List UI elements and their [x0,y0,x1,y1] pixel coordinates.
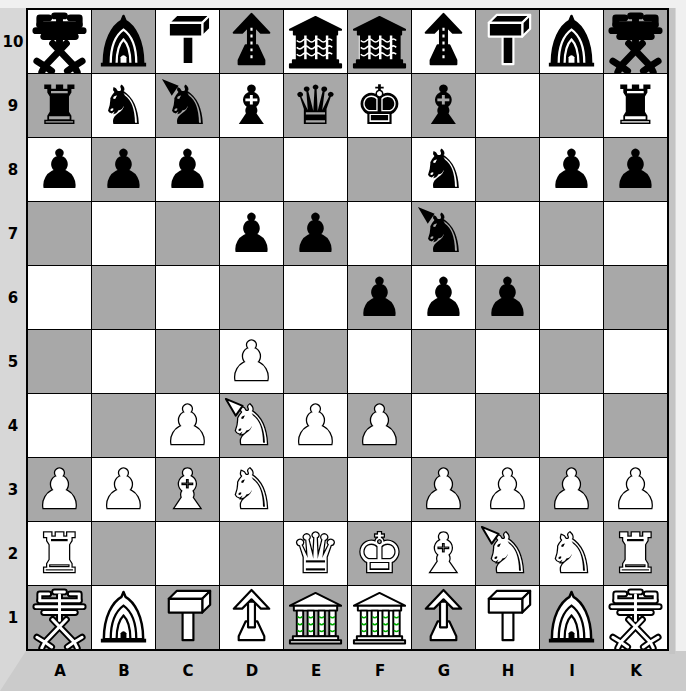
black-pawn[interactable]: ♟ [355,266,403,329]
black-dome[interactable] [540,10,603,73]
square-d2[interactable] [220,522,283,585]
square-b8[interactable]: ♟ [92,138,155,201]
file-label-h: H [476,655,540,687]
square-f6[interactable]: ♟ [348,266,411,329]
square-g5[interactable] [412,330,475,393]
unicorn-horn-icon [412,202,475,265]
square-d4[interactable]: ♞ [220,394,283,457]
frame-highlight-right [676,0,686,691]
square-e9[interactable]: ♛ [284,74,347,137]
white-pawn[interactable]: ♟ [483,458,531,521]
black-bishop[interactable]: ♝ [227,74,275,137]
square-c6[interactable] [156,266,219,329]
square-b9[interactable]: ♞ [92,74,155,137]
square-g7[interactable]: ♞ [412,202,475,265]
square-b3[interactable]: ♟ [92,458,155,521]
black-dome[interactable] [92,10,155,73]
square-g4[interactable] [412,394,475,457]
square-i6[interactable] [540,266,603,329]
black-hammer[interactable] [156,10,219,73]
white-pawn[interactable]: ♟ [227,330,275,393]
white-bishop[interactable]: ♝ [419,522,467,585]
unicorn-horn-icon [156,74,219,137]
file-labels: ABCDEFGHIK [28,655,668,687]
rank-label-9: 9 [0,74,26,138]
white-queen[interactable]: ♛ [291,522,339,585]
square-i8[interactable]: ♟ [540,138,603,201]
black-knight[interactable]: ♞ [99,74,147,137]
square-i1[interactable] [540,586,603,649]
square-e4[interactable]: ♟ [284,394,347,457]
square-d3[interactable]: ♞ [220,458,283,521]
white-pawn[interactable]: ♟ [99,458,147,521]
square-c3[interactable]: ♝ [156,458,219,521]
square-h5[interactable] [476,330,539,393]
square-a7[interactable] [28,202,91,265]
square-a8[interactable]: ♟ [28,138,91,201]
black-temple[interactable] [348,10,411,73]
rank-labels: 10987654321 [0,10,26,650]
square-g6[interactable]: ♟ [412,266,475,329]
square-g1[interactable] [412,586,475,649]
white-temple[interactable] [348,586,411,649]
square-c10[interactable] [156,10,219,73]
square-a9[interactable]: ♜ [28,74,91,137]
file-label-a: A [28,655,92,687]
black-rook[interactable]: ♜ [611,74,659,137]
square-c8[interactable]: ♟ [156,138,219,201]
rank-label-5: 5 [0,330,26,394]
square-k9[interactable]: ♜ [604,74,667,137]
square-h9[interactable] [476,74,539,137]
black-eagle[interactable] [604,10,667,73]
square-g8[interactable]: ♞ [412,138,475,201]
black-unicorn[interactable]: ♞ [412,202,475,265]
square-f1[interactable] [348,586,411,649]
rank-label-6: 6 [0,266,26,330]
rank-label-1: 1 [0,586,26,650]
square-e8[interactable] [284,138,347,201]
square-i2[interactable]: ♞ [540,522,603,585]
square-g9[interactable]: ♝ [412,74,475,137]
square-h3[interactable]: ♟ [476,458,539,521]
black-pawn[interactable]: ♟ [163,138,211,201]
white-unicorn[interactable]: ♞ [220,394,283,457]
square-c1[interactable] [156,586,219,649]
square-a5[interactable] [28,330,91,393]
white-pawn[interactable]: ♟ [163,394,211,457]
white-rook[interactable]: ♜ [611,522,659,585]
rank-label-2: 2 [0,522,26,586]
square-f2[interactable]: ♚ [348,522,411,585]
unicorn-horn-icon [220,394,283,457]
black-pawn[interactable]: ♟ [611,138,659,201]
square-k1[interactable] [604,586,667,649]
square-h7[interactable] [476,202,539,265]
square-k5[interactable] [604,330,667,393]
square-f4[interactable]: ♟ [348,394,411,457]
white-hammer[interactable] [476,586,539,649]
white-arrow[interactable] [220,586,283,649]
black-rook[interactable]: ♜ [35,74,83,137]
square-b10[interactable] [92,10,155,73]
white-knight[interactable]: ♞ [227,458,275,521]
rank-label-8: 8 [0,138,26,202]
white-rook[interactable]: ♜ [35,522,83,585]
white-pawn[interactable]: ♟ [291,394,339,457]
square-c7[interactable] [156,202,219,265]
file-label-g: G [412,655,476,687]
square-e3[interactable] [284,458,347,521]
square-e10[interactable] [284,10,347,73]
square-b1[interactable] [92,586,155,649]
square-b7[interactable] [92,202,155,265]
black-king[interactable]: ♚ [355,74,403,137]
square-c9[interactable]: ♞ [156,74,219,137]
black-hammer[interactable] [476,10,539,73]
square-e7[interactable]: ♟ [284,202,347,265]
white-pawn[interactable]: ♟ [611,458,659,521]
black-pawn[interactable]: ♟ [227,202,275,265]
rank-label-7: 7 [0,202,26,266]
white-pawn[interactable]: ♟ [35,458,83,521]
square-h2[interactable]: ♞ [476,522,539,585]
white-knight[interactable]: ♞ [547,522,595,585]
square-f7[interactable] [348,202,411,265]
white-pawn[interactable]: ♟ [355,394,403,457]
square-d10[interactable] [220,10,283,73]
square-h10[interactable] [476,10,539,73]
black-unicorn[interactable]: ♞ [156,74,219,137]
square-d8[interactable] [220,138,283,201]
white-unicorn[interactable]: ♞ [476,522,539,585]
white-hammer[interactable] [156,586,219,649]
square-e1[interactable] [284,586,347,649]
square-h1[interactable] [476,586,539,649]
file-label-k: K [604,655,668,687]
white-eagle[interactable] [604,586,667,649]
square-a3[interactable]: ♟ [28,458,91,521]
square-i7[interactable] [540,202,603,265]
square-d6[interactable] [220,266,283,329]
square-e6[interactable] [284,266,347,329]
black-pawn[interactable]: ♟ [547,138,595,201]
black-bishop[interactable]: ♝ [419,74,467,137]
rank-label-3: 3 [0,458,26,522]
square-d5[interactable]: ♟ [220,330,283,393]
file-label-b: B [92,655,156,687]
black-pawn[interactable]: ♟ [419,266,467,329]
square-k10[interactable] [604,10,667,73]
black-arrow[interactable] [220,10,283,73]
white-dome[interactable] [540,586,603,649]
square-c5[interactable] [156,330,219,393]
square-h6[interactable]: ♟ [476,266,539,329]
square-g10[interactable] [412,10,475,73]
white-eagle[interactable] [28,586,91,649]
square-k6[interactable] [604,266,667,329]
square-e5[interactable] [284,330,347,393]
black-arrow[interactable] [412,10,475,73]
square-a1[interactable] [28,586,91,649]
white-king[interactable]: ♚ [355,522,403,585]
square-d1[interactable] [220,586,283,649]
square-d9[interactable]: ♝ [220,74,283,137]
square-i9[interactable] [540,74,603,137]
game-board-window: 10987654321 ♜♞♞♝♛♚♝♜♟♟♟♞♟♟♟♟♞♟♟♟♟♟♞♟♟♟♟♝… [0,0,686,691]
square-f5[interactable] [348,330,411,393]
rank-label-10: 10 [0,10,26,74]
frame-highlight-top [0,0,686,8]
square-e2[interactable]: ♛ [284,522,347,585]
rank-label-4: 4 [0,394,26,458]
square-f3[interactable] [348,458,411,521]
black-eagle[interactable] [28,10,91,73]
square-b4[interactable] [92,394,155,457]
square-c2[interactable] [156,522,219,585]
square-a2[interactable]: ♜ [28,522,91,585]
square-d7[interactable]: ♟ [220,202,283,265]
black-queen[interactable]: ♛ [291,74,339,137]
square-i10[interactable] [540,10,603,73]
square-b5[interactable] [92,330,155,393]
white-arrow[interactable] [412,586,475,649]
black-temple[interactable] [284,10,347,73]
white-pawn[interactable]: ♟ [419,458,467,521]
square-f9[interactable]: ♚ [348,74,411,137]
file-label-f: F [348,655,412,687]
square-a4[interactable] [28,394,91,457]
black-pawn[interactable]: ♟ [35,138,83,201]
square-b6[interactable] [92,266,155,329]
square-f8[interactable] [348,138,411,201]
black-pawn[interactable]: ♟ [483,266,531,329]
square-k4[interactable] [604,394,667,457]
white-temple[interactable] [284,586,347,649]
square-f10[interactable] [348,10,411,73]
square-g2[interactable]: ♝ [412,522,475,585]
square-i3[interactable]: ♟ [540,458,603,521]
black-pawn[interactable]: ♟ [99,138,147,201]
file-label-c: C [156,655,220,687]
square-i5[interactable] [540,330,603,393]
board-shadow [669,8,675,654]
white-pawn[interactable]: ♟ [547,458,595,521]
square-a6[interactable] [28,266,91,329]
square-i4[interactable] [540,394,603,457]
square-b2[interactable] [92,522,155,585]
square-a10[interactable] [28,10,91,73]
file-label-d: D [220,655,284,687]
square-g3[interactable]: ♟ [412,458,475,521]
white-bishop[interactable]: ♝ [163,458,211,521]
square-h4[interactable] [476,394,539,457]
square-k7[interactable] [604,202,667,265]
file-label-e: E [284,655,348,687]
black-pawn[interactable]: ♟ [291,202,339,265]
square-k3[interactable]: ♟ [604,458,667,521]
white-dome[interactable] [92,586,155,649]
square-c4[interactable]: ♟ [156,394,219,457]
square-k2[interactable]: ♜ [604,522,667,585]
square-h8[interactable] [476,138,539,201]
file-label-i: I [540,655,604,687]
square-k8[interactable]: ♟ [604,138,667,201]
black-knight[interactable]: ♞ [419,138,467,201]
unicorn-horn-icon [476,522,539,585]
chess-variant-board: ♜♞♞♝♛♚♝♜♟♟♟♞♟♟♟♟♞♟♟♟♟♟♞♟♟♟♟♝♞♟♟♟♟♜♛♚♝♞♞♜ [26,8,669,651]
